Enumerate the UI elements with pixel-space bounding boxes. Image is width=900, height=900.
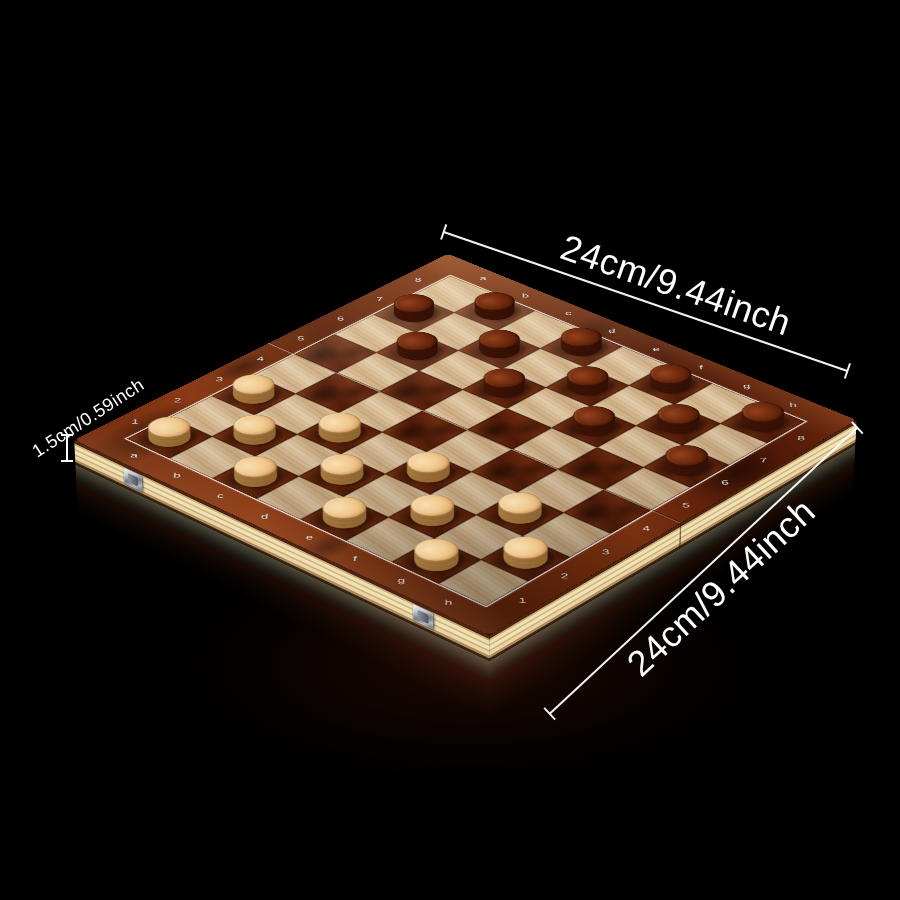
file-label-far-f: f [691,364,711,371]
clasp-slot [417,610,428,624]
file-label-far-b: b [516,292,535,299]
rank-label-far-6: 6 [331,315,350,322]
piece-light-g1[interactable] [405,545,467,577]
rank-label-far-7: 7 [370,296,389,303]
file-label-far-d: d [602,327,622,334]
piece-light-e3[interactable] [398,458,458,488]
piece-light-e1[interactable] [314,503,375,534]
thickness-dimension-ibeam [61,434,73,462]
piece-light-c1[interactable] [225,463,286,493]
thickness-ibeam-bar [66,436,68,460]
clasp-slot [128,473,138,487]
piece-light-f2[interactable] [402,501,463,532]
file-label-far-e: e [646,346,666,353]
file-label-far-g: g [737,382,758,389]
piece-light-b2[interactable] [225,421,285,450]
rank-label-far-5: 5 [291,335,311,342]
rank-label-far-1: 1 [125,418,146,426]
dimension-tick [440,224,447,240]
dimension-tick [844,363,851,379]
file-label-far-c: c [559,310,578,317]
rank-label-far-2: 2 [167,397,188,405]
fold-seam-side [679,523,681,549]
rank-label-far-8: 8 [409,277,428,284]
file-label-far-a: a [474,275,493,282]
rank-label-far-4: 4 [250,355,270,362]
file-label-far-h: h [783,401,804,409]
rank-label-far-3: 3 [209,376,229,383]
piece-light-g3[interactable] [489,499,550,530]
piece-light-a1[interactable] [140,423,200,452]
piece-light-d2[interactable] [312,460,372,490]
product-photo-stage: aabbccddeeffgghh1122334455667788 24cm/9.… [0,0,900,900]
